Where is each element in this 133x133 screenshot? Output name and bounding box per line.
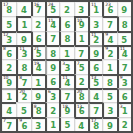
cell-r9c1[interactable]: 77: [2, 117, 16, 131]
cage-sum-label: 20: [77, 90, 82, 95]
cell-r7c5[interactable]: 7: [59, 88, 73, 102]
cell-digit: 5: [6, 21, 12, 30]
cage-sum-label: 13: [77, 105, 82, 110]
cell-r3c9[interactable]: 5: [117, 31, 131, 45]
cell-digit: 1: [22, 21, 28, 30]
cage-sum-label: 10: [3, 76, 8, 81]
cell-r4c5[interactable]: 1: [59, 45, 73, 59]
cell-r7c6[interactable]: 208: [74, 88, 88, 102]
cell-digit: 7: [65, 93, 71, 102]
cell-digit: 8: [107, 79, 113, 88]
cell-r6c2[interactable]: 87: [16, 74, 30, 88]
cage-sum-label: 17: [91, 119, 96, 124]
cage-sum-label: 3: [62, 62, 65, 67]
cell-digit: 3: [122, 79, 128, 88]
cell-r3c3[interactable]: 6: [31, 31, 45, 45]
cell-r6c6[interactable]: 2: [74, 74, 88, 88]
cage-sum-label: 12: [3, 33, 8, 38]
cell-r3c4[interactable]: 7: [45, 31, 59, 45]
cell-r3c5[interactable]: 8: [59, 31, 73, 45]
cell-r3c1[interactable]: 123: [2, 31, 16, 45]
cell-r1c3[interactable]: 167: [31, 2, 45, 16]
cell-r2c4[interactable]: 114: [45, 16, 59, 30]
cell-r5c1[interactable]: 2: [2, 59, 16, 73]
cell-digit: 3: [50, 93, 56, 102]
cell-r8c1[interactable]: 4: [2, 102, 16, 116]
cell-r9c9[interactable]: 2: [117, 117, 131, 131]
cell-digit: 3: [65, 64, 71, 73]
cage-sum-label: 8: [34, 105, 37, 110]
cell-digit: 6: [36, 35, 42, 44]
cell-digit: 1: [79, 35, 85, 44]
cell-digit: 8: [6, 6, 12, 15]
cell-digit: 4: [6, 107, 12, 116]
cell-r7c3[interactable]: 9: [31, 88, 45, 102]
cage-sum-label: 8: [3, 47, 6, 52]
cell-digit: 1: [64, 50, 70, 59]
cell-digit: 1: [50, 121, 56, 130]
cell-r6c9[interactable]: 93: [117, 74, 131, 88]
cell-digit: 8: [36, 107, 42, 116]
cell-r9c4[interactable]: 1: [45, 117, 59, 131]
cell-r5c7[interactable]: 6: [88, 59, 102, 73]
cell-digit: 7: [107, 21, 113, 30]
cell-r1c6[interactable]: 3: [74, 2, 88, 16]
cage-sum-label: 9: [120, 76, 123, 81]
cage-sum-label: 11: [91, 3, 96, 8]
cell-digit: 1: [93, 6, 99, 15]
cage-sum-label: 7: [77, 62, 80, 67]
cell-digit: 2: [6, 64, 12, 73]
cage-sum-label: 19: [34, 62, 39, 67]
cell-digit: 7: [6, 122, 12, 131]
cell-r7c4[interactable]: 63: [45, 88, 59, 102]
cell-r2c8[interactable]: 7: [102, 16, 116, 30]
cage-sum-label: 7: [3, 119, 6, 124]
cell-r9c2[interactable]: 96: [16, 117, 30, 131]
cell-r1c7[interactable]: 111: [88, 2, 102, 16]
cell-digit: 8: [22, 64, 28, 73]
cell-digit: 5: [121, 36, 127, 45]
cell-digit: 7: [50, 35, 56, 44]
cell-r1c2[interactable]: 4: [16, 2, 30, 16]
cell-digit: 7: [93, 107, 99, 116]
cage-sum-label: 20: [19, 90, 24, 95]
cell-digit: 5: [107, 93, 113, 102]
cell-r1c8[interactable]: 236: [102, 2, 116, 16]
cell-digit: 9: [121, 6, 127, 15]
cage-sum-label: 8: [19, 76, 22, 81]
cell-digit: 7: [122, 64, 128, 73]
cell-r2c7[interactable]: 3: [88, 16, 102, 30]
cell-digit: 8: [122, 21, 128, 30]
cell-r4c6[interactable]: 7: [74, 45, 88, 59]
cell-digit: 4: [78, 122, 84, 131]
cell-digit: 5: [79, 64, 85, 73]
cell-digit: 4: [93, 93, 99, 102]
cage-sum-label: 11: [120, 47, 125, 52]
cell-r7c9[interactable]: 6: [117, 88, 131, 102]
cell-digit: 1: [107, 64, 113, 73]
cell-r7c2[interactable]: 202: [16, 88, 30, 102]
cell-r6c1[interactable]: 109: [2, 74, 16, 88]
cell-r9c8[interactable]: 9: [102, 117, 116, 131]
cell-r7c1[interactable]: 1: [2, 88, 16, 102]
cell-r4c2[interactable]: 113: [16, 45, 30, 59]
cell-r6c3[interactable]: 1: [31, 74, 45, 88]
cage-sum-label: 16: [34, 3, 39, 8]
cage-sum-label: 18: [62, 105, 67, 110]
cell-r5c2[interactable]: 8: [16, 59, 30, 73]
cell-digit: 8: [65, 35, 71, 44]
killer-sudoku-board: 1784167245231112369512114610937812396781…: [0, 0, 133, 133]
cage-sum-label: 11: [91, 33, 96, 38]
cell-digit: 3: [108, 107, 114, 116]
cell-digit: 8: [50, 50, 56, 59]
cell-digit: 4: [21, 6, 27, 15]
cell-r5c5[interactable]: 33: [59, 59, 73, 73]
cell-digit: 2: [50, 107, 56, 116]
cell-r5c4[interactable]: 9: [45, 59, 59, 73]
cell-r4c3[interactable]: 215: [31, 45, 45, 59]
cage-sum-label: 10: [77, 19, 82, 24]
cell-digit: 1: [122, 107, 128, 116]
cell-digit: 5: [50, 6, 56, 15]
cell-r3c2[interactable]: 9: [16, 31, 30, 45]
cell-r9c3[interactable]: 3: [31, 117, 45, 131]
cell-r4c4[interactable]: 8: [45, 45, 59, 59]
cage-sum-label: 9: [105, 47, 108, 52]
cell-r9c5[interactable]: 5: [59, 117, 73, 131]
cell-r3c7[interactable]: 112: [88, 31, 102, 45]
cell-digit: 6: [93, 64, 99, 73]
cell-digit: 2: [35, 21, 41, 30]
cell-digit: 9: [50, 64, 56, 73]
cell-digit: 3: [35, 122, 41, 131]
cell-r7c7[interactable]: 4: [88, 88, 102, 102]
cell-digit: 3: [78, 6, 84, 15]
cell-digit: 6: [6, 50, 12, 59]
cell-digit: 3: [93, 21, 99, 30]
cell-r8c6[interactable]: 136: [74, 102, 88, 116]
cell-r1c9[interactable]: 9: [117, 2, 131, 16]
cell-r7c8[interactable]: 5: [102, 88, 116, 102]
cell-r6c4[interactable]: 6: [45, 74, 59, 88]
cell-digit: 4: [108, 36, 114, 45]
cage-sum-label: 23: [105, 3, 110, 8]
cell-r3c6[interactable]: 1: [74, 31, 88, 45]
cell-r1c1[interactable]: 178: [2, 2, 16, 16]
cell-digit: 6: [122, 93, 128, 102]
cell-r8c7[interactable]: 7: [88, 102, 102, 116]
cell-r3c8[interactable]: 94: [102, 31, 116, 45]
cell-digit: 7: [22, 79, 28, 88]
cell-r4c8[interactable]: 92: [102, 45, 116, 59]
cell-r9c7[interactable]: 178: [88, 117, 102, 131]
cell-digit: 7: [36, 6, 42, 15]
cell-r8c9[interactable]: 31: [117, 102, 131, 116]
cell-r4c1[interactable]: 86: [2, 45, 16, 59]
cell-r8c3[interactable]: 88: [31, 102, 45, 116]
cell-r2c3[interactable]: 2: [31, 16, 45, 30]
cell-digit: 2: [79, 78, 85, 87]
cell-r6c7[interactable]: 135: [88, 74, 102, 88]
cage-sum-label: 11: [48, 19, 53, 24]
cage-sum-label: 24: [48, 3, 53, 8]
cell-digit: 5: [65, 121, 71, 130]
cell-r5c3[interactable]: 194: [31, 59, 45, 73]
cage-sum-label: 9: [19, 119, 22, 124]
cell-r2c2[interactable]: 1: [16, 16, 30, 30]
cell-digit: 2: [108, 50, 114, 59]
cell-r9c6[interactable]: 4: [74, 117, 88, 131]
cell-r8c2[interactable]: 5: [16, 102, 30, 116]
cell-r2c5[interactable]: 6: [59, 16, 73, 30]
cell-r8c8[interactable]: 3: [102, 102, 116, 116]
cell-digit: 1: [6, 93, 12, 102]
cell-r5c8[interactable]: 1: [102, 59, 116, 73]
cell-digit: 2: [64, 6, 70, 15]
cage-sum-label: 11: [19, 47, 24, 52]
cell-r6c8[interactable]: 8: [102, 74, 116, 88]
cell-r6c5[interactable]: 114: [59, 74, 73, 88]
cage-sum-label: 3: [120, 105, 123, 110]
cell-digit: 5: [21, 107, 27, 116]
cell-r5c6[interactable]: 75: [74, 59, 88, 73]
cell-r4c9[interactable]: 114: [117, 45, 131, 59]
cell-digit: 6: [65, 21, 71, 30]
cell-r1c5[interactable]: 2: [59, 2, 73, 16]
cell-digit: 2: [122, 121, 128, 130]
cell-r8c5[interactable]: 189: [59, 102, 73, 116]
cage-sum-label: 13: [91, 76, 96, 81]
cell-digit: 9: [21, 36, 27, 45]
cell-digit: 6: [22, 122, 28, 131]
cell-digit: 9: [107, 122, 113, 131]
cell-digit: 9: [93, 50, 99, 59]
cell-digit: 6: [108, 6, 114, 15]
cell-digit: 9: [35, 93, 41, 102]
cell-digit: 7: [78, 50, 84, 59]
cell-r1c4[interactable]: 245: [45, 2, 59, 16]
cell-digit: 6: [50, 78, 56, 87]
cage-sum-label: 11: [62, 76, 67, 81]
cell-digit: 1: [35, 79, 41, 88]
cage-sum-label: 17: [3, 3, 8, 8]
cell-r8c4[interactable]: 2: [45, 102, 59, 116]
cage-sum-label: 6: [48, 90, 51, 95]
cell-r4c7[interactable]: 9: [88, 45, 102, 59]
cell-r2c1[interactable]: 5: [2, 16, 16, 30]
cell-r5c9[interactable]: 7: [117, 59, 131, 73]
cage-sum-label: 9: [105, 33, 108, 38]
cell-r2c9[interactable]: 8: [117, 16, 131, 30]
cage-sum-label: 21: [34, 47, 39, 52]
cell-r2c6[interactable]: 109: [74, 16, 88, 30]
